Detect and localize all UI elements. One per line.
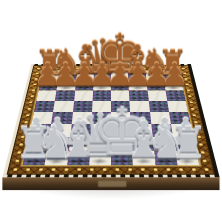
squares-grid: ♜♞♝♛♚♝♞♜♟♟♟♟♟♟♟♟♟♟♟♟♟♟♟♟♜♞♝♛♚♝♞♜ [23, 71, 200, 165]
square-h7[interactable]: ♟ [164, 80, 184, 90]
black-pawn[interactable]: ♟ [143, 58, 206, 90]
square-h6[interactable] [165, 90, 185, 101]
square-a6[interactable] [36, 90, 56, 101]
chess-board: ♜♞♝♛♚♝♞♜♟♟♟♟♟♟♟♟♟♟♟♟♟♟♟♟♜♞♝♛♚♝♞♜ [2, 64, 219, 177]
square-h1[interactable]: ♜ [175, 150, 199, 165]
maker-label [98, 181, 126, 187]
square-b6[interactable] [55, 90, 75, 101]
chess-set-photo: ♜♞♝♛♚♝♞♜♟♟♟♟♟♟♟♟♟♟♟♟♟♟♟♟♜♞♝♛♚♝♞♜ [0, 0, 222, 222]
white-rook[interactable]: ♜ [150, 122, 222, 166]
board-front-edge [2, 177, 219, 190]
